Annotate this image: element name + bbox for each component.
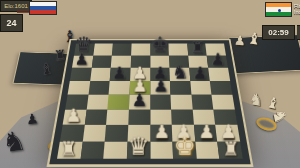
square-b2[interactable] xyxy=(82,125,106,141)
russia-flag-icon xyxy=(29,1,57,15)
piece-black-pawn[interactable]: ♟ xyxy=(72,52,92,68)
captured-black-b: ♝ xyxy=(39,61,54,78)
board-grid: ♛♚♜♟♟♟♟♟♞♟♟♟♟♟♟♟♟♟♜♛♚♜ xyxy=(57,44,243,159)
square-g8[interactable]: ♜ xyxy=(187,44,207,56)
square-a3[interactable]: ♟ xyxy=(63,109,87,125)
square-a7[interactable]: ♟ xyxy=(72,55,93,67)
square-a5[interactable] xyxy=(68,81,90,95)
square-c8[interactable] xyxy=(112,44,131,56)
right-player-name: Fla Ind xyxy=(294,3,300,15)
square-e4[interactable] xyxy=(150,95,171,110)
square-h4[interactable] xyxy=(212,95,235,110)
piece-white-king[interactable]: ♚ xyxy=(173,134,196,159)
piece-black-rook[interactable]: ♜ xyxy=(188,40,207,56)
piece-black-knight[interactable]: ♞ xyxy=(170,62,190,80)
square-c3[interactable] xyxy=(106,109,128,125)
board-frame: ♛♚♜♟♟♟♟♟♞♟♟♟♟♟♟♟♟♟♜♛♚♜ xyxy=(49,40,250,164)
square-g6[interactable]: ♟ xyxy=(189,68,210,81)
square-g1[interactable] xyxy=(195,141,220,159)
square-b3[interactable] xyxy=(84,109,107,125)
left-capture-counter: 24 xyxy=(0,14,23,32)
square-c1[interactable] xyxy=(104,141,128,159)
piece-black-pawn[interactable]: ♟ xyxy=(110,64,130,81)
square-e2[interactable]: ♟ xyxy=(150,125,173,141)
piece-white-pawn[interactable]: ♟ xyxy=(63,107,85,125)
square-a1[interactable]: ♜ xyxy=(57,141,82,159)
square-e5[interactable]: ♟ xyxy=(150,81,171,95)
piece-black-pawn[interactable]: ♟ xyxy=(209,52,229,68)
square-d3[interactable] xyxy=(128,109,150,125)
square-h5[interactable] xyxy=(210,81,232,95)
captured-white-p: ♟ xyxy=(234,34,247,48)
captured-black-p: ♟ xyxy=(25,111,39,126)
square-h6[interactable] xyxy=(209,68,231,81)
captured-white-n: ♞ xyxy=(248,91,264,109)
captured-black-n: ♞ xyxy=(0,126,28,156)
square-b6[interactable] xyxy=(90,68,111,81)
piece-black-pawn[interactable]: ♟ xyxy=(129,92,150,109)
square-b1[interactable] xyxy=(80,141,105,159)
india-flag-icon xyxy=(265,2,292,17)
square-c5[interactable] xyxy=(109,81,130,95)
square-f1[interactable]: ♚ xyxy=(173,141,197,159)
piece-white-queen[interactable]: ♛ xyxy=(127,134,150,159)
captured-white-b: ♝ xyxy=(246,30,262,47)
square-c6[interactable]: ♟ xyxy=(110,68,131,81)
piece-white-pawn[interactable]: ♟ xyxy=(150,123,173,142)
square-g4[interactable] xyxy=(191,95,213,110)
piece-white-pawn[interactable]: ♟ xyxy=(195,123,218,142)
piece-black-pawn[interactable]: ♟ xyxy=(150,78,171,95)
chakra-icon xyxy=(278,9,281,12)
square-c2[interactable] xyxy=(105,125,128,141)
square-c4[interactable] xyxy=(108,95,130,110)
square-h1[interactable]: ♜ xyxy=(218,141,243,159)
square-f5[interactable] xyxy=(170,81,191,95)
square-b4[interactable] xyxy=(86,95,108,110)
clock-edge xyxy=(297,25,300,40)
square-b5[interactable] xyxy=(88,81,110,95)
square-d1[interactable]: ♛ xyxy=(127,141,150,159)
piece-white-rook[interactable]: ♜ xyxy=(220,140,243,159)
square-a6[interactable] xyxy=(70,68,92,81)
square-f6[interactable]: ♞ xyxy=(170,68,191,81)
piece-black-pawn[interactable]: ♟ xyxy=(190,64,210,81)
square-e1[interactable] xyxy=(150,141,173,159)
square-e8[interactable]: ♚ xyxy=(150,44,169,56)
chess-board: ♛♚♜♟♟♟♟♟♞♟♟♟♟♟♟♟♟♟♜♛♚♜ xyxy=(47,39,254,167)
right-player-clock: 02:59 xyxy=(262,25,295,40)
square-f4[interactable] xyxy=(171,95,193,110)
piece-white-rook[interactable]: ♜ xyxy=(57,140,80,159)
piece-black-king[interactable]: ♚ xyxy=(150,35,169,55)
square-d8[interactable] xyxy=(131,44,150,56)
square-d4[interactable]: ♟ xyxy=(129,95,150,110)
square-b8[interactable] xyxy=(93,44,113,56)
game-screen: ♝♜♝♟♞♟♝♞♝♞ ♛♚♜♟♟♟♟♟♞♟♟♟♟♟♟♟♟♟♜♛♚♜ Elo:16… xyxy=(0,0,300,168)
square-g2[interactable]: ♟ xyxy=(194,125,218,141)
square-f8[interactable] xyxy=(169,44,188,56)
square-g5[interactable] xyxy=(190,81,212,95)
